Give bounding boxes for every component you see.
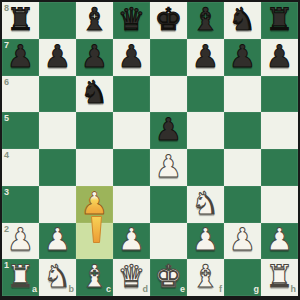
piece-black-pawn[interactable]: ♟ xyxy=(155,114,183,145)
piece-white-bishop[interactable]: ♝ xyxy=(81,261,109,292)
square-d8[interactable]: ♛ xyxy=(113,2,150,39)
square-b3[interactable] xyxy=(39,186,76,223)
chess-board: 8♜ ♝ ♛ ♚ ♝ ♞ ♜ 7♟ ♟ ♟ ♟ ♟ ♟ ♟ 6 ♞ 5 ♟ xyxy=(0,0,300,300)
square-f4[interactable] xyxy=(187,149,224,186)
piece-white-pawn[interactable]: ♟ xyxy=(192,224,220,255)
square-c5[interactable] xyxy=(76,112,113,149)
rank-label-8: 8 xyxy=(4,4,9,13)
rank-label-7: 7 xyxy=(4,41,9,50)
square-e1[interactable]: e♚ xyxy=(150,259,187,296)
file-label-f: f xyxy=(219,285,222,294)
square-a7[interactable]: 7♟ xyxy=(2,39,39,76)
square-a8[interactable]: 8♜ xyxy=(2,2,39,39)
square-c8[interactable]: ♝ xyxy=(76,2,113,39)
square-e4[interactable]: ♟ xyxy=(150,149,187,186)
square-a1[interactable]: 1a♜ xyxy=(2,259,39,296)
square-a6[interactable]: 6 xyxy=(2,76,39,113)
square-d2[interactable]: ♟ xyxy=(113,223,150,260)
piece-black-bishop[interactable]: ♝ xyxy=(192,4,220,35)
piece-black-pawn[interactable]: ♟ xyxy=(44,41,72,72)
piece-white-queen[interactable]: ♛ xyxy=(118,261,146,292)
piece-black-pawn[interactable]: ♟ xyxy=(118,41,146,72)
square-b7[interactable]: ♟ xyxy=(39,39,76,76)
file-label-e: e xyxy=(180,285,185,294)
piece-black-rook[interactable]: ♜ xyxy=(7,4,35,35)
square-e3[interactable] xyxy=(150,186,187,223)
piece-white-knight[interactable]: ♞ xyxy=(44,261,72,292)
square-d1[interactable]: d♛ xyxy=(113,259,150,296)
piece-black-king[interactable]: ♚ xyxy=(155,4,183,35)
square-g1[interactable]: g xyxy=(224,259,261,296)
square-c3[interactable]: ♟ xyxy=(76,186,113,223)
square-d3[interactable] xyxy=(113,186,150,223)
square-d6[interactable] xyxy=(113,76,150,113)
square-c7[interactable]: ♟ xyxy=(76,39,113,76)
file-label-d: d xyxy=(143,285,149,294)
square-b5[interactable] xyxy=(39,112,76,149)
square-b6[interactable] xyxy=(39,76,76,113)
square-g2[interactable]: ♟ xyxy=(224,223,261,260)
file-label-g: g xyxy=(254,285,260,294)
square-b4[interactable] xyxy=(39,149,76,186)
square-f8[interactable]: ♝ xyxy=(187,2,224,39)
square-f3[interactable]: ♞ xyxy=(187,186,224,223)
square-a2[interactable]: 2♟ xyxy=(2,223,39,260)
piece-white-pawn[interactable]: ♟ xyxy=(155,151,183,182)
square-g4[interactable] xyxy=(224,149,261,186)
square-d5[interactable] xyxy=(113,112,150,149)
piece-black-pawn[interactable]: ♟ xyxy=(81,41,109,72)
square-c4[interactable] xyxy=(76,149,113,186)
piece-white-pawn[interactable]: ♟ xyxy=(229,224,257,255)
square-a5[interactable]: 5 xyxy=(2,112,39,149)
piece-white-king[interactable]: ♚ xyxy=(155,261,183,292)
square-h4[interactable] xyxy=(261,149,298,186)
square-d4[interactable] xyxy=(113,149,150,186)
square-g6[interactable] xyxy=(224,76,261,113)
piece-white-knight[interactable]: ♞ xyxy=(192,188,220,219)
piece-black-rook[interactable]: ♜ xyxy=(266,4,294,35)
square-c1[interactable]: c♝ xyxy=(76,259,113,296)
piece-white-pawn[interactable]: ♟ xyxy=(266,224,294,255)
rank-label-3: 3 xyxy=(4,188,9,197)
square-d7[interactable]: ♟ xyxy=(113,39,150,76)
piece-black-knight[interactable]: ♞ xyxy=(229,4,257,35)
file-label-h: h xyxy=(291,285,297,294)
file-label-c: c xyxy=(106,285,111,294)
square-e5[interactable]: ♟ xyxy=(150,112,187,149)
file-label-a: a xyxy=(32,285,37,294)
square-h5[interactable] xyxy=(261,112,298,149)
board-grid: 8♜ ♝ ♛ ♚ ♝ ♞ ♜ 7♟ ♟ ♟ ♟ ♟ ♟ ♟ 6 ♞ 5 ♟ xyxy=(2,2,298,296)
square-h1[interactable]: h♜ xyxy=(261,259,298,296)
piece-white-pawn[interactable]: ♟ xyxy=(44,224,72,255)
square-f6[interactable] xyxy=(187,76,224,113)
piece-black-pawn[interactable]: ♟ xyxy=(229,41,257,72)
square-h7[interactable]: ♟ xyxy=(261,39,298,76)
square-b1[interactable]: b♞ xyxy=(39,259,76,296)
square-h3[interactable] xyxy=(261,186,298,223)
rank-label-6: 6 xyxy=(4,78,9,87)
square-f5[interactable] xyxy=(187,112,224,149)
square-e8[interactable]: ♚ xyxy=(150,2,187,39)
square-c2[interactable] xyxy=(76,223,113,260)
file-label-b: b xyxy=(69,285,75,294)
piece-white-bishop[interactable]: ♝ xyxy=(192,261,220,292)
square-a4[interactable]: 4 xyxy=(2,149,39,186)
piece-black-pawn[interactable]: ♟ xyxy=(192,41,220,72)
square-g5[interactable] xyxy=(224,112,261,149)
square-h2[interactable]: ♟ xyxy=(261,223,298,260)
square-g7[interactable]: ♟ xyxy=(224,39,261,76)
rank-label-5: 5 xyxy=(4,114,9,123)
piece-black-knight[interactable]: ♞ xyxy=(81,77,109,108)
square-e6[interactable] xyxy=(150,76,187,113)
rank-label-4: 4 xyxy=(4,151,9,160)
piece-black-bishop[interactable]: ♝ xyxy=(81,4,109,35)
piece-white-rook[interactable]: ♜ xyxy=(266,261,294,292)
square-b2[interactable]: ♟ xyxy=(39,223,76,260)
square-h6[interactable] xyxy=(261,76,298,113)
square-g8[interactable]: ♞ xyxy=(224,2,261,39)
square-b8[interactable] xyxy=(39,2,76,39)
rank-label-1: 1 xyxy=(4,261,9,270)
piece-white-pawn[interactable]: ♟ xyxy=(118,224,146,255)
piece-white-pawn[interactable]: ♟ xyxy=(7,224,35,255)
square-c6[interactable]: ♞ xyxy=(76,76,113,113)
square-f1[interactable]: f♝ xyxy=(187,259,224,296)
square-e2[interactable] xyxy=(150,223,187,260)
piece-white-rook[interactable]: ♜ xyxy=(7,261,35,292)
square-e7[interactable] xyxy=(150,39,187,76)
piece-white-pawn-hinted[interactable]: ♟ xyxy=(81,188,109,219)
piece-black-pawn[interactable]: ♟ xyxy=(7,41,35,72)
piece-black-pawn[interactable]: ♟ xyxy=(266,41,294,72)
rank-label-2: 2 xyxy=(4,225,9,234)
square-g3[interactable] xyxy=(224,186,261,223)
square-a3[interactable]: 3 xyxy=(2,186,39,223)
square-h8[interactable]: ♜ xyxy=(261,2,298,39)
piece-black-queen[interactable]: ♛ xyxy=(118,4,146,35)
square-f2[interactable]: ♟ xyxy=(187,223,224,260)
square-f7[interactable]: ♟ xyxy=(187,39,224,76)
